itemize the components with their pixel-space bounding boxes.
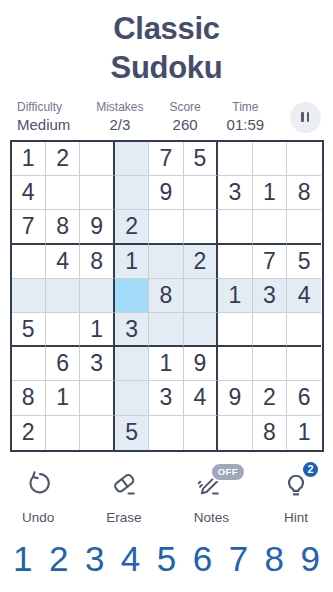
- notes-label: Notes: [194, 510, 229, 525]
- cell-r4-c3[interactable]: 8: [80, 245, 114, 279]
- cell-r9-c3[interactable]: [80, 416, 114, 450]
- cell-r8-c2[interactable]: 1: [46, 381, 80, 415]
- numpad-9[interactable]: 9: [301, 539, 320, 579]
- erase-button[interactable]: Erase: [106, 469, 141, 525]
- numpad-3[interactable]: 3: [85, 539, 104, 579]
- cell-r4-c9[interactable]: 5: [287, 245, 321, 279]
- numpad-8[interactable]: 8: [265, 539, 284, 579]
- undo-label: Undo: [22, 510, 54, 525]
- cell-r7-c5[interactable]: 1: [149, 347, 183, 381]
- cell-r4-c5[interactable]: [149, 245, 183, 279]
- difficulty-value: Medium: [17, 115, 70, 134]
- hint-button[interactable]: 2 Hint: [281, 469, 311, 525]
- cell-r2-c2[interactable]: [46, 176, 80, 210]
- time-value: 01:59: [227, 115, 265, 134]
- cell-r1-c4[interactable]: [115, 142, 149, 176]
- cell-r1-c1[interactable]: 1: [12, 142, 46, 176]
- cell-r5-c9[interactable]: 4: [287, 279, 321, 313]
- cell-r9-c8[interactable]: 8: [253, 416, 287, 450]
- cell-r7-c1[interactable]: [12, 347, 46, 381]
- stat-mistakes: Mistakes 2/3: [96, 100, 143, 134]
- cell-r3-c3[interactable]: 9: [80, 210, 114, 244]
- cell-r2-c7[interactable]: 3: [218, 176, 252, 210]
- cell-r5-c8[interactable]: 3: [253, 279, 287, 313]
- cell-r9-c4[interactable]: 5: [115, 416, 149, 450]
- stat-difficulty: Difficulty Medium: [17, 100, 70, 134]
- cell-r8-c7[interactable]: 9: [218, 381, 252, 415]
- cell-r8-c4[interactable]: [115, 381, 149, 415]
- cell-r2-c6[interactable]: [184, 176, 218, 210]
- cell-r9-c5[interactable]: [149, 416, 183, 450]
- cell-r4-c8[interactable]: 7: [253, 245, 287, 279]
- difficulty-label: Difficulty: [17, 100, 70, 115]
- cell-r6-c5[interactable]: [149, 313, 183, 347]
- cell-r1-c7[interactable]: [218, 142, 252, 176]
- undo-button[interactable]: Undo: [22, 469, 54, 525]
- hint-label: Hint: [284, 510, 308, 525]
- numpad-5[interactable]: 5: [157, 539, 176, 579]
- cell-r2-c1[interactable]: 4: [12, 176, 46, 210]
- cell-r3-c1[interactable]: 7: [12, 210, 46, 244]
- cell-r5-c1[interactable]: [12, 279, 46, 313]
- eraser-icon: [109, 469, 139, 502]
- cell-r9-c2[interactable]: [46, 416, 80, 450]
- cell-r6-c8[interactable]: [253, 313, 287, 347]
- cell-r3-c4[interactable]: 2: [115, 210, 149, 244]
- stats-bar: Difficulty Medium Mistakes 2/3 Score 260…: [0, 100, 333, 134]
- cell-r9-c9[interactable]: 1: [287, 416, 321, 450]
- undo-icon: [23, 469, 53, 502]
- cell-r6-c4[interactable]: 3: [115, 313, 149, 347]
- time-label: Time: [227, 100, 265, 115]
- cell-r2-c3[interactable]: [80, 176, 114, 210]
- cell-r7-c6[interactable]: 9: [184, 347, 218, 381]
- cell-r9-c1[interactable]: 2: [12, 416, 46, 450]
- cell-r8-c3[interactable]: [80, 381, 114, 415]
- stat-time: Time 01:59: [227, 100, 265, 134]
- cell-r6-c6[interactable]: [184, 313, 218, 347]
- cell-r7-c8[interactable]: [253, 347, 287, 381]
- cell-r1-c5[interactable]: 7: [149, 142, 183, 176]
- numpad-4[interactable]: 4: [121, 539, 140, 579]
- erase-label: Erase: [106, 510, 141, 525]
- cell-r4-c4[interactable]: 1: [115, 245, 149, 279]
- title-line-2: Sudoku: [0, 48, 333, 87]
- cell-r7-c2[interactable]: 6: [46, 347, 80, 381]
- cell-r6-c3[interactable]: 1: [80, 313, 114, 347]
- cell-r9-c6[interactable]: [184, 416, 218, 450]
- cell-r2-c4[interactable]: [115, 176, 149, 210]
- cell-r7-c7[interactable]: [218, 347, 252, 381]
- cell-r3-c7[interactable]: [218, 210, 252, 244]
- cell-r8-c1[interactable]: 8: [12, 381, 46, 415]
- score-value: 260: [169, 115, 200, 134]
- cell-r3-c5[interactable]: [149, 210, 183, 244]
- numpad-6[interactable]: 6: [193, 539, 212, 579]
- cell-r2-c5[interactable]: 9: [149, 176, 183, 210]
- cell-r2-c8[interactable]: 1: [253, 176, 287, 210]
- cell-r1-c6[interactable]: 5: [184, 142, 218, 176]
- cell-r6-c1[interactable]: 5: [12, 313, 46, 347]
- cell-r1-c9[interactable]: [287, 142, 321, 176]
- cell-r7-c9[interactable]: [287, 347, 321, 381]
- cell-r5-c6[interactable]: [184, 279, 218, 313]
- pause-button[interactable]: [290, 102, 321, 133]
- cell-r7-c3[interactable]: 3: [80, 347, 114, 381]
- page-title: Classic Sudoku: [0, 0, 333, 87]
- cell-r5-c4[interactable]: [115, 279, 149, 313]
- cell-r8-c5[interactable]: 3: [149, 381, 183, 415]
- score-label: Score: [169, 100, 200, 115]
- cell-r5-c7[interactable]: 1: [218, 279, 252, 313]
- stat-score: Score 260: [169, 100, 200, 134]
- cell-r3-c2[interactable]: 8: [46, 210, 80, 244]
- cell-r8-c9[interactable]: 6: [287, 381, 321, 415]
- cell-r6-c9[interactable]: [287, 313, 321, 347]
- cell-r7-c4[interactable]: [115, 347, 149, 381]
- cell-r5-c3[interactable]: [80, 279, 114, 313]
- title-line-1: Classic: [0, 9, 333, 48]
- cell-r1-c2[interactable]: 2: [46, 142, 80, 176]
- number-pad: 1 2 3 4 5 6 7 8 9: [0, 539, 333, 579]
- cell-r4-c1[interactable]: [12, 245, 46, 279]
- cell-r4-c6[interactable]: 2: [184, 245, 218, 279]
- cell-r3-c9[interactable]: [287, 210, 321, 244]
- cell-r4-c7[interactable]: [218, 245, 252, 279]
- cell-r5-c5[interactable]: 8: [149, 279, 183, 313]
- cell-r3-c8[interactable]: [253, 210, 287, 244]
- cell-r1-c3[interactable]: [80, 142, 114, 176]
- cell-r1-c8[interactable]: [253, 142, 287, 176]
- cell-r4-c2[interactable]: 4: [46, 245, 80, 279]
- cell-r9-c7[interactable]: [218, 416, 252, 450]
- cell-r6-c7[interactable]: [218, 313, 252, 347]
- cell-r2-c9[interactable]: 8: [287, 176, 321, 210]
- cell-r6-c2[interactable]: [46, 313, 80, 347]
- numpad-2[interactable]: 2: [49, 539, 68, 579]
- numpad-1[interactable]: 1: [13, 539, 32, 579]
- notes-button[interactable]: OFF Notes: [194, 469, 229, 525]
- pause-icon: [301, 112, 304, 122]
- numpad-7[interactable]: 7: [229, 539, 248, 579]
- sudoku-board: 1275493187892481275813451363198134926258…: [10, 140, 324, 452]
- hint-count-badge: 2: [301, 460, 320, 479]
- notes-off-badge: OFF: [210, 462, 246, 482]
- toolbar: Undo Erase OFF Notes: [0, 469, 333, 525]
- cell-r5-c2[interactable]: [46, 279, 80, 313]
- mistakes-label: Mistakes: [96, 100, 143, 115]
- mistakes-value: 2/3: [96, 115, 143, 134]
- cell-r3-c6[interactable]: [184, 210, 218, 244]
- cell-r8-c6[interactable]: 4: [184, 381, 218, 415]
- cell-r8-c8[interactable]: 2: [253, 381, 287, 415]
